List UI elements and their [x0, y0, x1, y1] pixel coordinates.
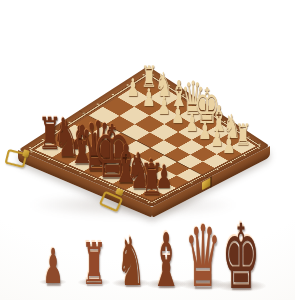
piece-white-r-h1[interactable]: ♜ — [235, 121, 251, 151]
piece-white-p-c2[interactable]: ♟ — [158, 95, 171, 120]
piece-white-p-a2[interactable]: ♟ — [127, 77, 140, 102]
display-piece-rook: ♜ — [82, 235, 107, 293]
piece-white-p-e2[interactable]: ♟ — [186, 111, 199, 136]
display-piece-pawn: ♟ — [43, 243, 64, 291]
display-piece-knight: ♞ — [117, 228, 146, 295]
display-piece-bishop: ♝ — [150, 224, 182, 298]
piece-white-p-d2[interactable]: ♟ — [172, 103, 185, 128]
display-piece-queen: ♛ — [185, 214, 221, 299]
piece-white-p-f2[interactable]: ♟ — [198, 119, 211, 144]
piece-white-p-b2[interactable]: ♟ — [143, 86, 156, 111]
display-piece-king: ♚ — [222, 212, 260, 300]
piece-black-r-h8[interactable]: ♜ — [140, 158, 163, 202]
product-photo-chess-set: ♜♞♝♛♚♝♞♜♟♟♟♟♟♟♟♟♟♟♟♟♟♟♟♟♜♞♝♛♚♝♞♜ ♟♜♞♝♛♚ — [0, 0, 295, 300]
piece-white-p-h2[interactable]: ♟ — [223, 133, 236, 158]
